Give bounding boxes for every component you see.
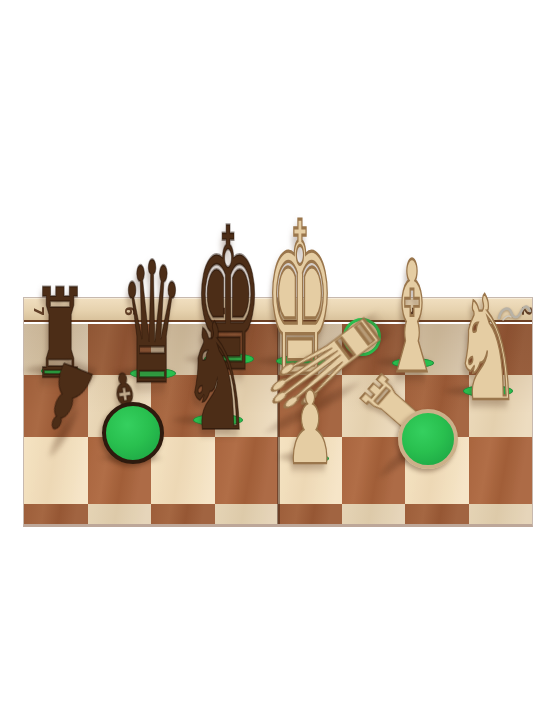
square <box>469 504 533 524</box>
square <box>469 437 533 504</box>
square <box>24 504 88 524</box>
felt-base <box>398 409 458 469</box>
light-knight-glyph: ♞ <box>453 277 521 421</box>
square <box>278 504 342 524</box>
product-photo: 765432 ♜♛♚♞♟♝♚♛♝♞♟♜ <box>0 0 540 720</box>
square <box>151 504 215 524</box>
square <box>342 504 406 524</box>
dark-knight-glyph: ♞ <box>182 303 252 451</box>
square <box>342 437 406 504</box>
square <box>405 504 469 524</box>
light-pawn-glyph: ♟ <box>285 378 335 479</box>
square <box>215 504 279 524</box>
felt-base <box>102 402 164 464</box>
square <box>88 504 152 524</box>
